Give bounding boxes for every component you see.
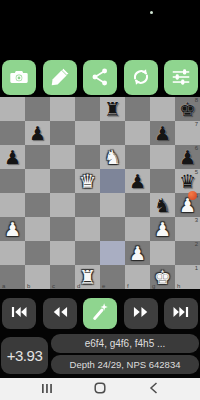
square-h2[interactable]: 2 xyxy=(175,241,200,265)
square-g4[interactable]: ♞ xyxy=(150,193,175,217)
square-f7[interactable] xyxy=(125,121,150,145)
file-coordinate-label: b xyxy=(27,283,30,289)
rank-coordinate-label: 1 xyxy=(195,265,198,271)
magic-wand-icon xyxy=(89,301,111,327)
share-button[interactable] xyxy=(83,60,117,95)
rank-coordinate-label: 6 xyxy=(195,145,198,151)
square-d7[interactable] xyxy=(75,121,100,145)
piece-white-rook[interactable]: ♜ xyxy=(79,265,96,289)
share-icon xyxy=(89,66,111,88)
square-b8[interactable] xyxy=(25,97,50,121)
back-icon xyxy=(149,380,158,398)
square-f5[interactable]: ♟ xyxy=(125,169,150,193)
rewind-button[interactable] xyxy=(43,298,77,329)
threat-marker-dot xyxy=(188,191,197,200)
file-coordinate-label: f xyxy=(127,283,129,289)
square-e4[interactable] xyxy=(100,193,125,217)
camera-button[interactable] xyxy=(2,60,36,95)
piece-black-pawn[interactable]: ♟ xyxy=(29,121,46,145)
piece-white-pawn[interactable]: ♟ xyxy=(4,217,21,241)
square-e3[interactable] xyxy=(100,217,125,241)
square-f4[interactable] xyxy=(125,193,150,217)
square-c6[interactable] xyxy=(50,145,75,169)
engine-panel: +3.93 e6f4, g4f6, f4h5 ... Depth 24/29, … xyxy=(0,334,200,376)
square-a2[interactable] xyxy=(0,241,25,265)
square-b1[interactable]: b xyxy=(25,265,50,289)
forward-button[interactable] xyxy=(124,298,158,329)
home-icon xyxy=(94,380,106,398)
edit-button[interactable] xyxy=(43,60,77,95)
skip-to-end-icon xyxy=(170,302,192,326)
square-h5[interactable]: ♛5 xyxy=(175,169,200,193)
square-g7[interactable]: ♟ xyxy=(150,121,175,145)
square-d8[interactable] xyxy=(75,97,100,121)
file-coordinate-label: e xyxy=(102,283,105,289)
square-e8[interactable]: ♜ xyxy=(100,97,125,121)
forward-icon xyxy=(130,302,152,326)
square-d5[interactable]: ♛ xyxy=(75,169,100,193)
piece-white-knight[interactable]: ♞ xyxy=(104,145,121,169)
rank-coordinate-label: 3 xyxy=(195,217,198,223)
square-h7[interactable]: 7 xyxy=(175,121,200,145)
square-c1[interactable]: c xyxy=(50,265,75,289)
square-a4[interactable] xyxy=(0,193,25,217)
playback-controls xyxy=(0,298,200,329)
square-c7[interactable] xyxy=(50,121,75,145)
android-nav-bar xyxy=(0,378,200,400)
square-g3[interactable]: ♟ xyxy=(150,217,175,241)
square-d1[interactable]: ♜d xyxy=(75,265,100,289)
square-e1[interactable]: e xyxy=(100,265,125,289)
tune-sliders-icon xyxy=(170,66,192,88)
square-f8[interactable] xyxy=(125,97,150,121)
piece-black-knight[interactable]: ♞ xyxy=(154,193,171,217)
square-b7[interactable]: ♟ xyxy=(25,121,50,145)
square-e6[interactable]: ♞ xyxy=(100,145,125,169)
file-coordinate-label: g xyxy=(152,283,155,289)
square-f6[interactable] xyxy=(125,145,150,169)
square-h8[interactable]: ♚8 xyxy=(175,97,200,121)
square-b4[interactable] xyxy=(25,193,50,217)
square-e2[interactable] xyxy=(100,241,125,265)
square-h1[interactable]: 1h xyxy=(175,265,200,289)
square-c5[interactable] xyxy=(50,169,75,193)
square-g6[interactable] xyxy=(150,145,175,169)
file-coordinate-label: a xyxy=(2,283,5,289)
home-button[interactable] xyxy=(91,381,109,397)
square-a7[interactable] xyxy=(0,121,25,145)
square-f1[interactable]: f xyxy=(125,265,150,289)
square-d3[interactable] xyxy=(75,217,100,241)
square-b6[interactable] xyxy=(25,145,50,169)
top-toolbar xyxy=(0,58,200,96)
status-bar xyxy=(0,0,200,58)
piece-black-pawn[interactable]: ♟ xyxy=(179,145,196,169)
skip-to-start-button[interactable] xyxy=(2,298,36,329)
square-a5[interactable] xyxy=(0,169,25,193)
sync-button[interactable] xyxy=(124,60,158,95)
square-c8[interactable] xyxy=(50,97,75,121)
square-a8[interactable] xyxy=(0,97,25,121)
square-h3[interactable]: 3 xyxy=(175,217,200,241)
file-coordinate-label: d xyxy=(77,283,80,289)
piece-white-pawn[interactable]: ♟ xyxy=(129,241,146,265)
piece-white-pawn[interactable]: ♟ xyxy=(154,217,171,241)
piece-black-king[interactable]: ♚ xyxy=(179,97,196,121)
rank-coordinate-label: 5 xyxy=(195,169,198,175)
square-c3[interactable] xyxy=(50,217,75,241)
piece-black-rook[interactable]: ♜ xyxy=(104,97,121,121)
square-a1[interactable]: a xyxy=(0,265,25,289)
rewind-icon xyxy=(49,302,71,326)
chess-analysis-app: ♜♚8♟♟7♟♞♟6♛♟♛5♞♟4♟♟3♟2abc♜def♚g1h xyxy=(0,0,200,400)
square-c4[interactable] xyxy=(50,193,75,217)
square-d2[interactable] xyxy=(75,241,100,265)
square-f3[interactable] xyxy=(125,217,150,241)
engine-line[interactable]: e6f4, g4f6, f4h5 ... xyxy=(51,334,199,353)
square-g5[interactable] xyxy=(150,169,175,193)
skip-to-end-button[interactable] xyxy=(164,298,198,329)
evaluation-score[interactable]: +3.93 xyxy=(1,337,48,374)
square-d4[interactable] xyxy=(75,193,100,217)
hint-button[interactable] xyxy=(83,298,117,329)
square-e7[interactable] xyxy=(100,121,125,145)
square-g8[interactable] xyxy=(150,97,175,121)
square-c2[interactable] xyxy=(50,241,75,265)
chess-board[interactable]: ♜♚8♟♟7♟♞♟6♛♟♛5♞♟4♟♟3♟2abc♜def♚g1h xyxy=(0,97,200,289)
square-b5[interactable] xyxy=(25,169,50,193)
square-a6[interactable]: ♟ xyxy=(0,145,25,169)
engine-stats: Depth 24/29, NPS 642834 xyxy=(51,355,199,374)
pencil-icon xyxy=(49,66,71,88)
square-g1[interactable]: ♚g xyxy=(150,265,175,289)
status-notification-dot xyxy=(150,11,153,14)
skip-to-start-icon xyxy=(8,302,30,326)
square-b2[interactable] xyxy=(25,241,50,265)
square-d6[interactable] xyxy=(75,145,100,169)
recent-apps-button[interactable] xyxy=(38,381,56,397)
square-f2[interactable]: ♟ xyxy=(125,241,150,265)
square-g2[interactable] xyxy=(150,241,175,265)
piece-white-king[interactable]: ♚ xyxy=(154,265,171,289)
camera-icon xyxy=(8,66,30,88)
file-coordinate-label: h xyxy=(177,283,180,289)
square-a3[interactable]: ♟ xyxy=(0,217,25,241)
rank-coordinate-label: 2 xyxy=(195,241,198,247)
square-b3[interactable] xyxy=(25,217,50,241)
piece-black-pawn[interactable]: ♟ xyxy=(154,121,171,145)
settings-button[interactable] xyxy=(164,60,198,95)
back-button[interactable] xyxy=(144,381,162,397)
piece-black-queen[interactable]: ♛ xyxy=(179,169,196,193)
rank-coordinate-label: 8 xyxy=(195,97,198,103)
piece-black-pawn[interactable]: ♟ xyxy=(129,169,146,193)
rank-coordinate-label: 7 xyxy=(195,121,198,127)
square-h6[interactable]: ♟6 xyxy=(175,145,200,169)
sync-icon xyxy=(130,66,152,88)
square-e5[interactable] xyxy=(100,169,125,193)
piece-white-queen[interactable]: ♛ xyxy=(79,169,96,193)
recent-apps-icon xyxy=(41,380,53,398)
file-coordinate-label: c xyxy=(52,283,55,289)
piece-black-pawn[interactable]: ♟ xyxy=(4,145,21,169)
